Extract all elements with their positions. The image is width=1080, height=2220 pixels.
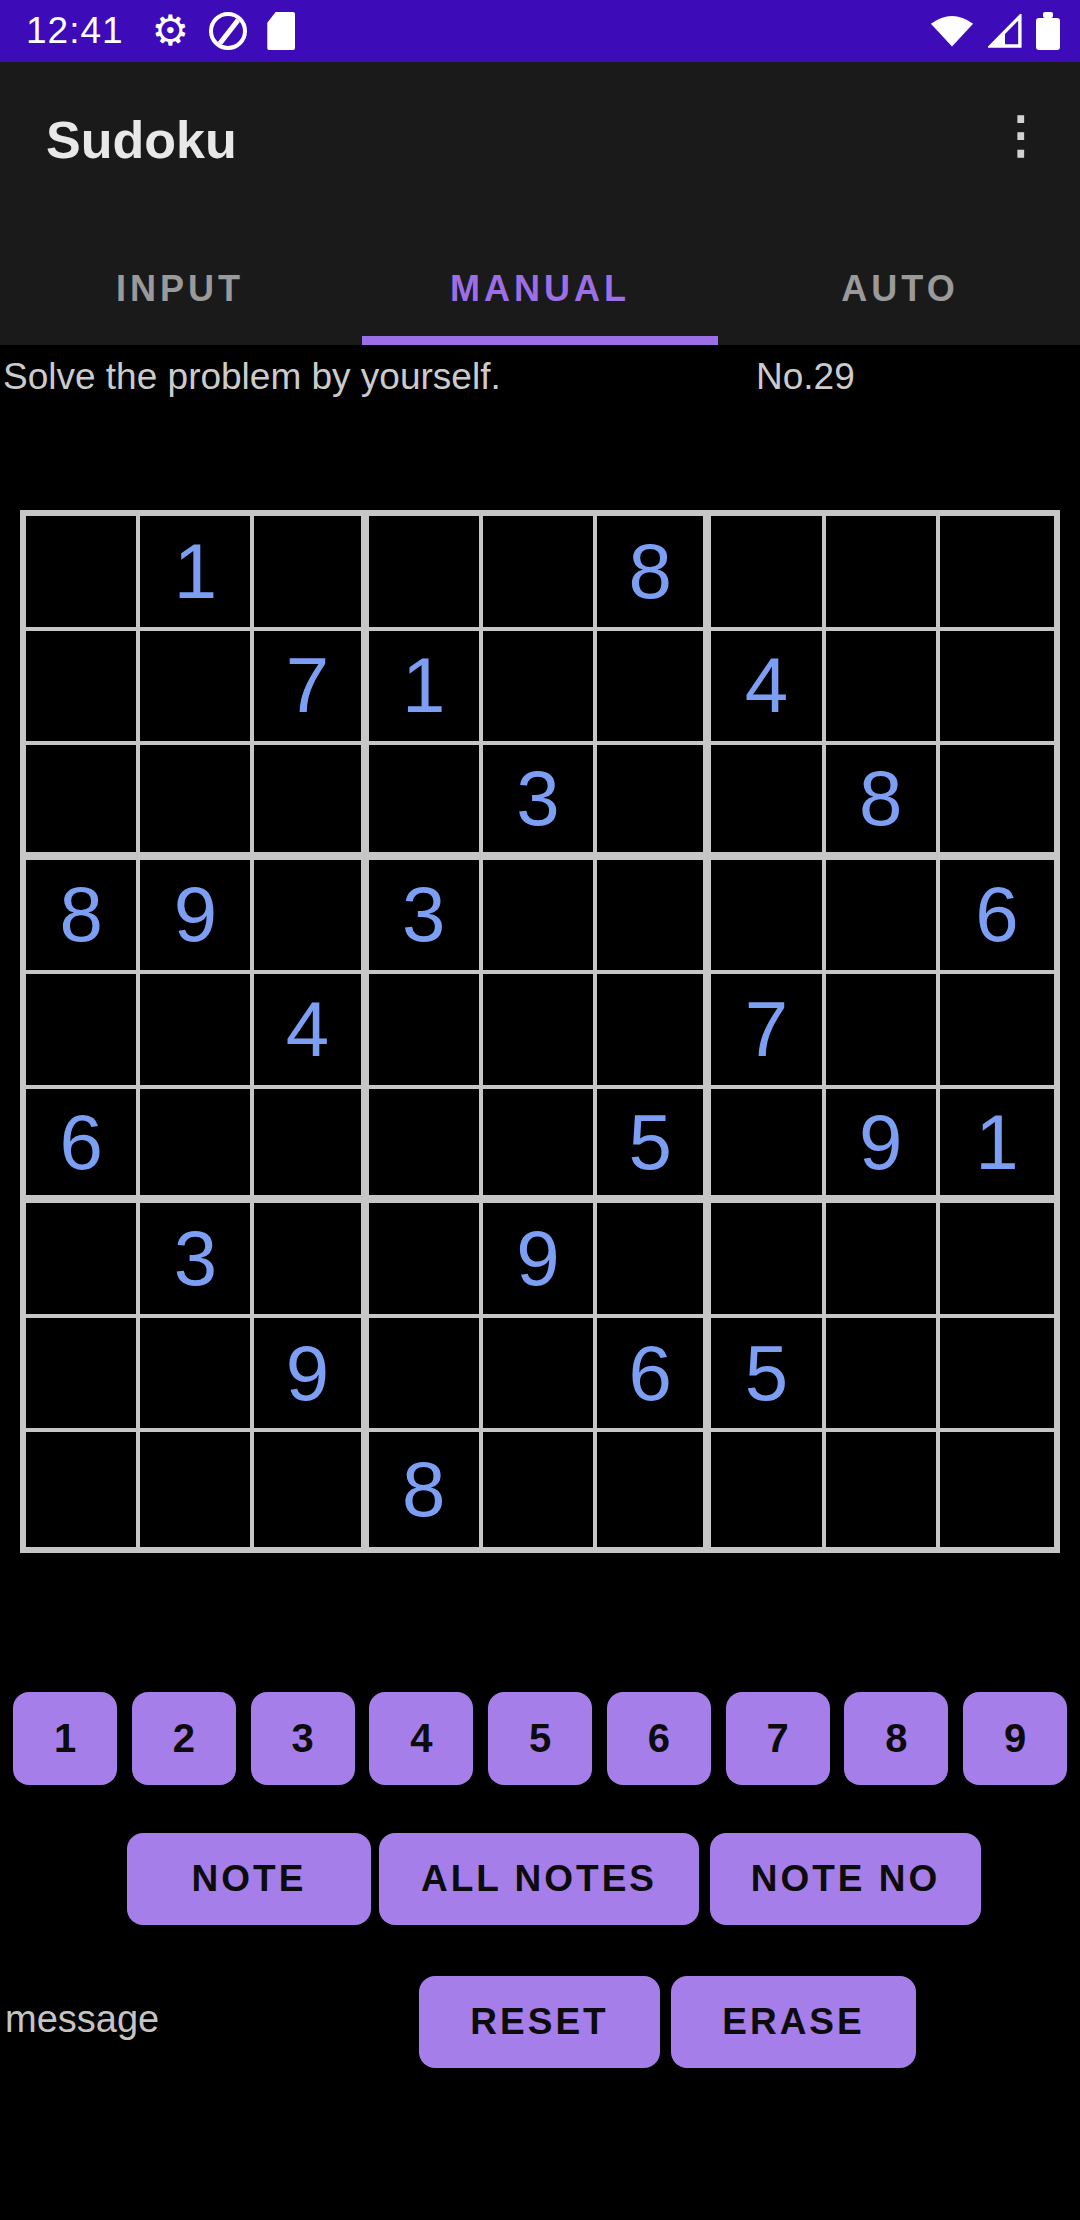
- sudoku-cell-r4c9[interactable]: 6: [940, 860, 1054, 975]
- sudoku-cell-r1c9[interactable]: [940, 516, 1054, 631]
- sd-card-icon: [267, 12, 295, 50]
- sudoku-cell-r1c2[interactable]: 1: [140, 516, 254, 631]
- sudoku-cell-r5c1[interactable]: [26, 974, 140, 1089]
- circle-slash-icon: [209, 12, 247, 50]
- sudoku-cell-r7c3[interactable]: [254, 1203, 368, 1318]
- keypad-button-4[interactable]: 4: [369, 1692, 473, 1785]
- sudoku-cell-r7c9[interactable]: [940, 1203, 1054, 1318]
- sudoku-cell-r3c7[interactable]: [711, 745, 825, 860]
- sudoku-cell-r5c7[interactable]: 7: [711, 974, 825, 1089]
- settings-icon: ⚙: [152, 10, 190, 52]
- page-title: Sudoku: [46, 110, 237, 170]
- sudoku-cell-r9c6[interactable]: [597, 1432, 711, 1547]
- cell-signal-icon: [988, 14, 1022, 48]
- keypad-button-9[interactable]: 9: [963, 1692, 1067, 1785]
- sudoku-cell-r9c8[interactable]: [826, 1432, 940, 1547]
- sudoku-cell-r8c3[interactable]: 9: [254, 1318, 368, 1433]
- sudoku-cell-r4c2[interactable]: 9: [140, 860, 254, 975]
- sudoku-cell-r7c7[interactable]: [711, 1203, 825, 1318]
- sudoku-cell-r1c4[interactable]: [369, 516, 483, 631]
- keypad-button-1[interactable]: 1: [13, 1692, 117, 1785]
- sudoku-cell-r2c8[interactable]: [826, 631, 940, 746]
- sudoku-cell-r6c2[interactable]: [140, 1089, 254, 1204]
- sudoku-cell-r7c2[interactable]: 3: [140, 1203, 254, 1318]
- app-bar: Sudoku ⋮ INPUT MANUAL AUTO: [0, 62, 1080, 345]
- sudoku-cell-r5c9[interactable]: [940, 974, 1054, 1089]
- keypad-button-2[interactable]: 2: [132, 1692, 236, 1785]
- keypad-button-5[interactable]: 5: [488, 1692, 592, 1785]
- sudoku-cell-r1c7[interactable]: [711, 516, 825, 631]
- sudoku-cell-r9c1[interactable]: [26, 1432, 140, 1547]
- sudoku-cell-r1c5[interactable]: [483, 516, 597, 631]
- reset-button[interactable]: RESET: [419, 1976, 660, 2068]
- sudoku-cell-r9c7[interactable]: [711, 1432, 825, 1547]
- puzzle-number: No.29: [756, 356, 855, 398]
- overflow-menu-icon[interactable]: ⋮: [996, 106, 1046, 164]
- message-label: message: [5, 1998, 159, 2041]
- tab-bar: INPUT MANUAL AUTO: [0, 233, 1080, 345]
- wifi-icon: [930, 14, 974, 48]
- sudoku-cell-r4c3[interactable]: [254, 860, 368, 975]
- sudoku-cell-r4c5[interactable]: [483, 860, 597, 975]
- status-bar: 12:41 ⚙: [0, 0, 1080, 62]
- sudoku-cell-r4c8[interactable]: [826, 860, 940, 975]
- note-no-button[interactable]: NOTE NO: [710, 1833, 981, 1925]
- keypad-button-8[interactable]: 8: [844, 1692, 948, 1785]
- sudoku-cell-r9c3[interactable]: [254, 1432, 368, 1547]
- sudoku-cell-r3c9[interactable]: [940, 745, 1054, 860]
- sudoku-cell-r5c3[interactable]: 4: [254, 974, 368, 1089]
- sudoku-cell-r1c3[interactable]: [254, 516, 368, 631]
- sudoku-cell-r5c6[interactable]: [597, 974, 711, 1089]
- sudoku-cell-r6c1[interactable]: 6: [26, 1089, 140, 1204]
- sudoku-cell-r6c4[interactable]: [369, 1089, 483, 1204]
- sudoku-cell-r9c5[interactable]: [483, 1432, 597, 1547]
- sudoku-cell-r8c5[interactable]: [483, 1318, 597, 1433]
- sudoku-cell-r7c8[interactable]: [826, 1203, 940, 1318]
- sudoku-cell-r2c3[interactable]: 7: [254, 631, 368, 746]
- sudoku-cell-r3c4[interactable]: [369, 745, 483, 860]
- sudoku-cell-r5c8[interactable]: [826, 974, 940, 1089]
- navigation-bar: [0, 2094, 1080, 2220]
- sudoku-cell-r3c5[interactable]: 3: [483, 745, 597, 860]
- sudoku-cell-r8c9[interactable]: [940, 1318, 1054, 1433]
- sudoku-cell-r7c4[interactable]: [369, 1203, 483, 1318]
- keypad: 123456789: [13, 1692, 1067, 1785]
- sudoku-cell-r3c8[interactable]: 8: [826, 745, 940, 860]
- sudoku-cell-r1c8[interactable]: [826, 516, 940, 631]
- sudoku-cell-r2c9[interactable]: [940, 631, 1054, 746]
- sudoku-cell-r5c4[interactable]: [369, 974, 483, 1089]
- battery-icon: [1036, 18, 1060, 50]
- keypad-button-6[interactable]: 6: [607, 1692, 711, 1785]
- sudoku-cell-r4c1[interactable]: 8: [26, 860, 140, 975]
- erase-button[interactable]: ERASE: [671, 1976, 916, 2068]
- sudoku-cell-r8c2[interactable]: [140, 1318, 254, 1433]
- sudoku-cell-r5c2[interactable]: [140, 974, 254, 1089]
- sudoku-cell-r2c6[interactable]: [597, 631, 711, 746]
- active-tab-indicator: [362, 336, 718, 345]
- keypad-button-7[interactable]: 7: [726, 1692, 830, 1785]
- status-left-icons: ⚙: [152, 10, 296, 52]
- sudoku-cell-r6c6[interactable]: 5: [597, 1089, 711, 1204]
- tab-manual[interactable]: MANUAL: [360, 233, 720, 345]
- note-button[interactable]: NOTE: [127, 1833, 371, 1925]
- sudoku-cell-r7c5[interactable]: 9: [483, 1203, 597, 1318]
- sudoku-cell-r1c6[interactable]: 8: [597, 516, 711, 631]
- sudoku-cell-r4c4[interactable]: 3: [369, 860, 483, 975]
- sudoku-cell-r6c3[interactable]: [254, 1089, 368, 1204]
- sudoku-cell-r9c2[interactable]: [140, 1432, 254, 1547]
- sudoku-cell-r6c9[interactable]: 1: [940, 1089, 1054, 1204]
- sudoku-cell-r3c1[interactable]: [26, 745, 140, 860]
- sudoku-cell-r8c4[interactable]: [369, 1318, 483, 1433]
- sudoku-cell-r8c1[interactable]: [26, 1318, 140, 1433]
- sudoku-cell-r1c1[interactable]: [26, 516, 140, 631]
- sudoku-cell-r3c6[interactable]: [597, 745, 711, 860]
- sudoku-cell-r8c8[interactable]: [826, 1318, 940, 1433]
- sudoku-cell-r2c5[interactable]: [483, 631, 597, 746]
- sudoku-cell-r2c2[interactable]: [140, 631, 254, 746]
- status-right-icons: [930, 13, 1060, 50]
- sudoku-cell-r8c7[interactable]: 5: [711, 1318, 825, 1433]
- sudoku-cell-r6c5[interactable]: [483, 1089, 597, 1204]
- sudoku-cell-r2c7[interactable]: 4: [711, 631, 825, 746]
- sudoku-cell-r5c5[interactable]: [483, 974, 597, 1089]
- keypad-button-3[interactable]: 3: [251, 1692, 355, 1785]
- sudoku-cell-r4c6[interactable]: [597, 860, 711, 975]
- sudoku-cell-r2c1[interactable]: [26, 631, 140, 746]
- sudoku-cell-r9c4[interactable]: 8: [369, 1432, 483, 1547]
- sudoku-cell-r3c2[interactable]: [140, 745, 254, 860]
- sudoku-cell-r9c9[interactable]: [940, 1432, 1054, 1547]
- tab-auto[interactable]: AUTO: [720, 233, 1080, 345]
- sudoku-cell-r3c3[interactable]: [254, 745, 368, 860]
- instruction-text: Solve the problem by yourself.: [3, 356, 501, 398]
- sudoku-cell-r7c1[interactable]: [26, 1203, 140, 1318]
- sudoku-cell-r4c7[interactable]: [711, 860, 825, 975]
- sudoku-cell-r8c6[interactable]: 6: [597, 1318, 711, 1433]
- sudoku-cell-r6c7[interactable]: [711, 1089, 825, 1204]
- sudoku-grid: 18714388936476591399658: [20, 510, 1060, 1553]
- status-time: 12:41: [26, 10, 124, 52]
- sudoku-cell-r6c8[interactable]: 9: [826, 1089, 940, 1204]
- sudoku-cell-r7c6[interactable]: [597, 1203, 711, 1318]
- tab-input[interactable]: INPUT: [0, 233, 360, 345]
- sudoku-cell-r2c4[interactable]: 1: [369, 631, 483, 746]
- all-notes-button[interactable]: ALL NOTES: [379, 1833, 699, 1925]
